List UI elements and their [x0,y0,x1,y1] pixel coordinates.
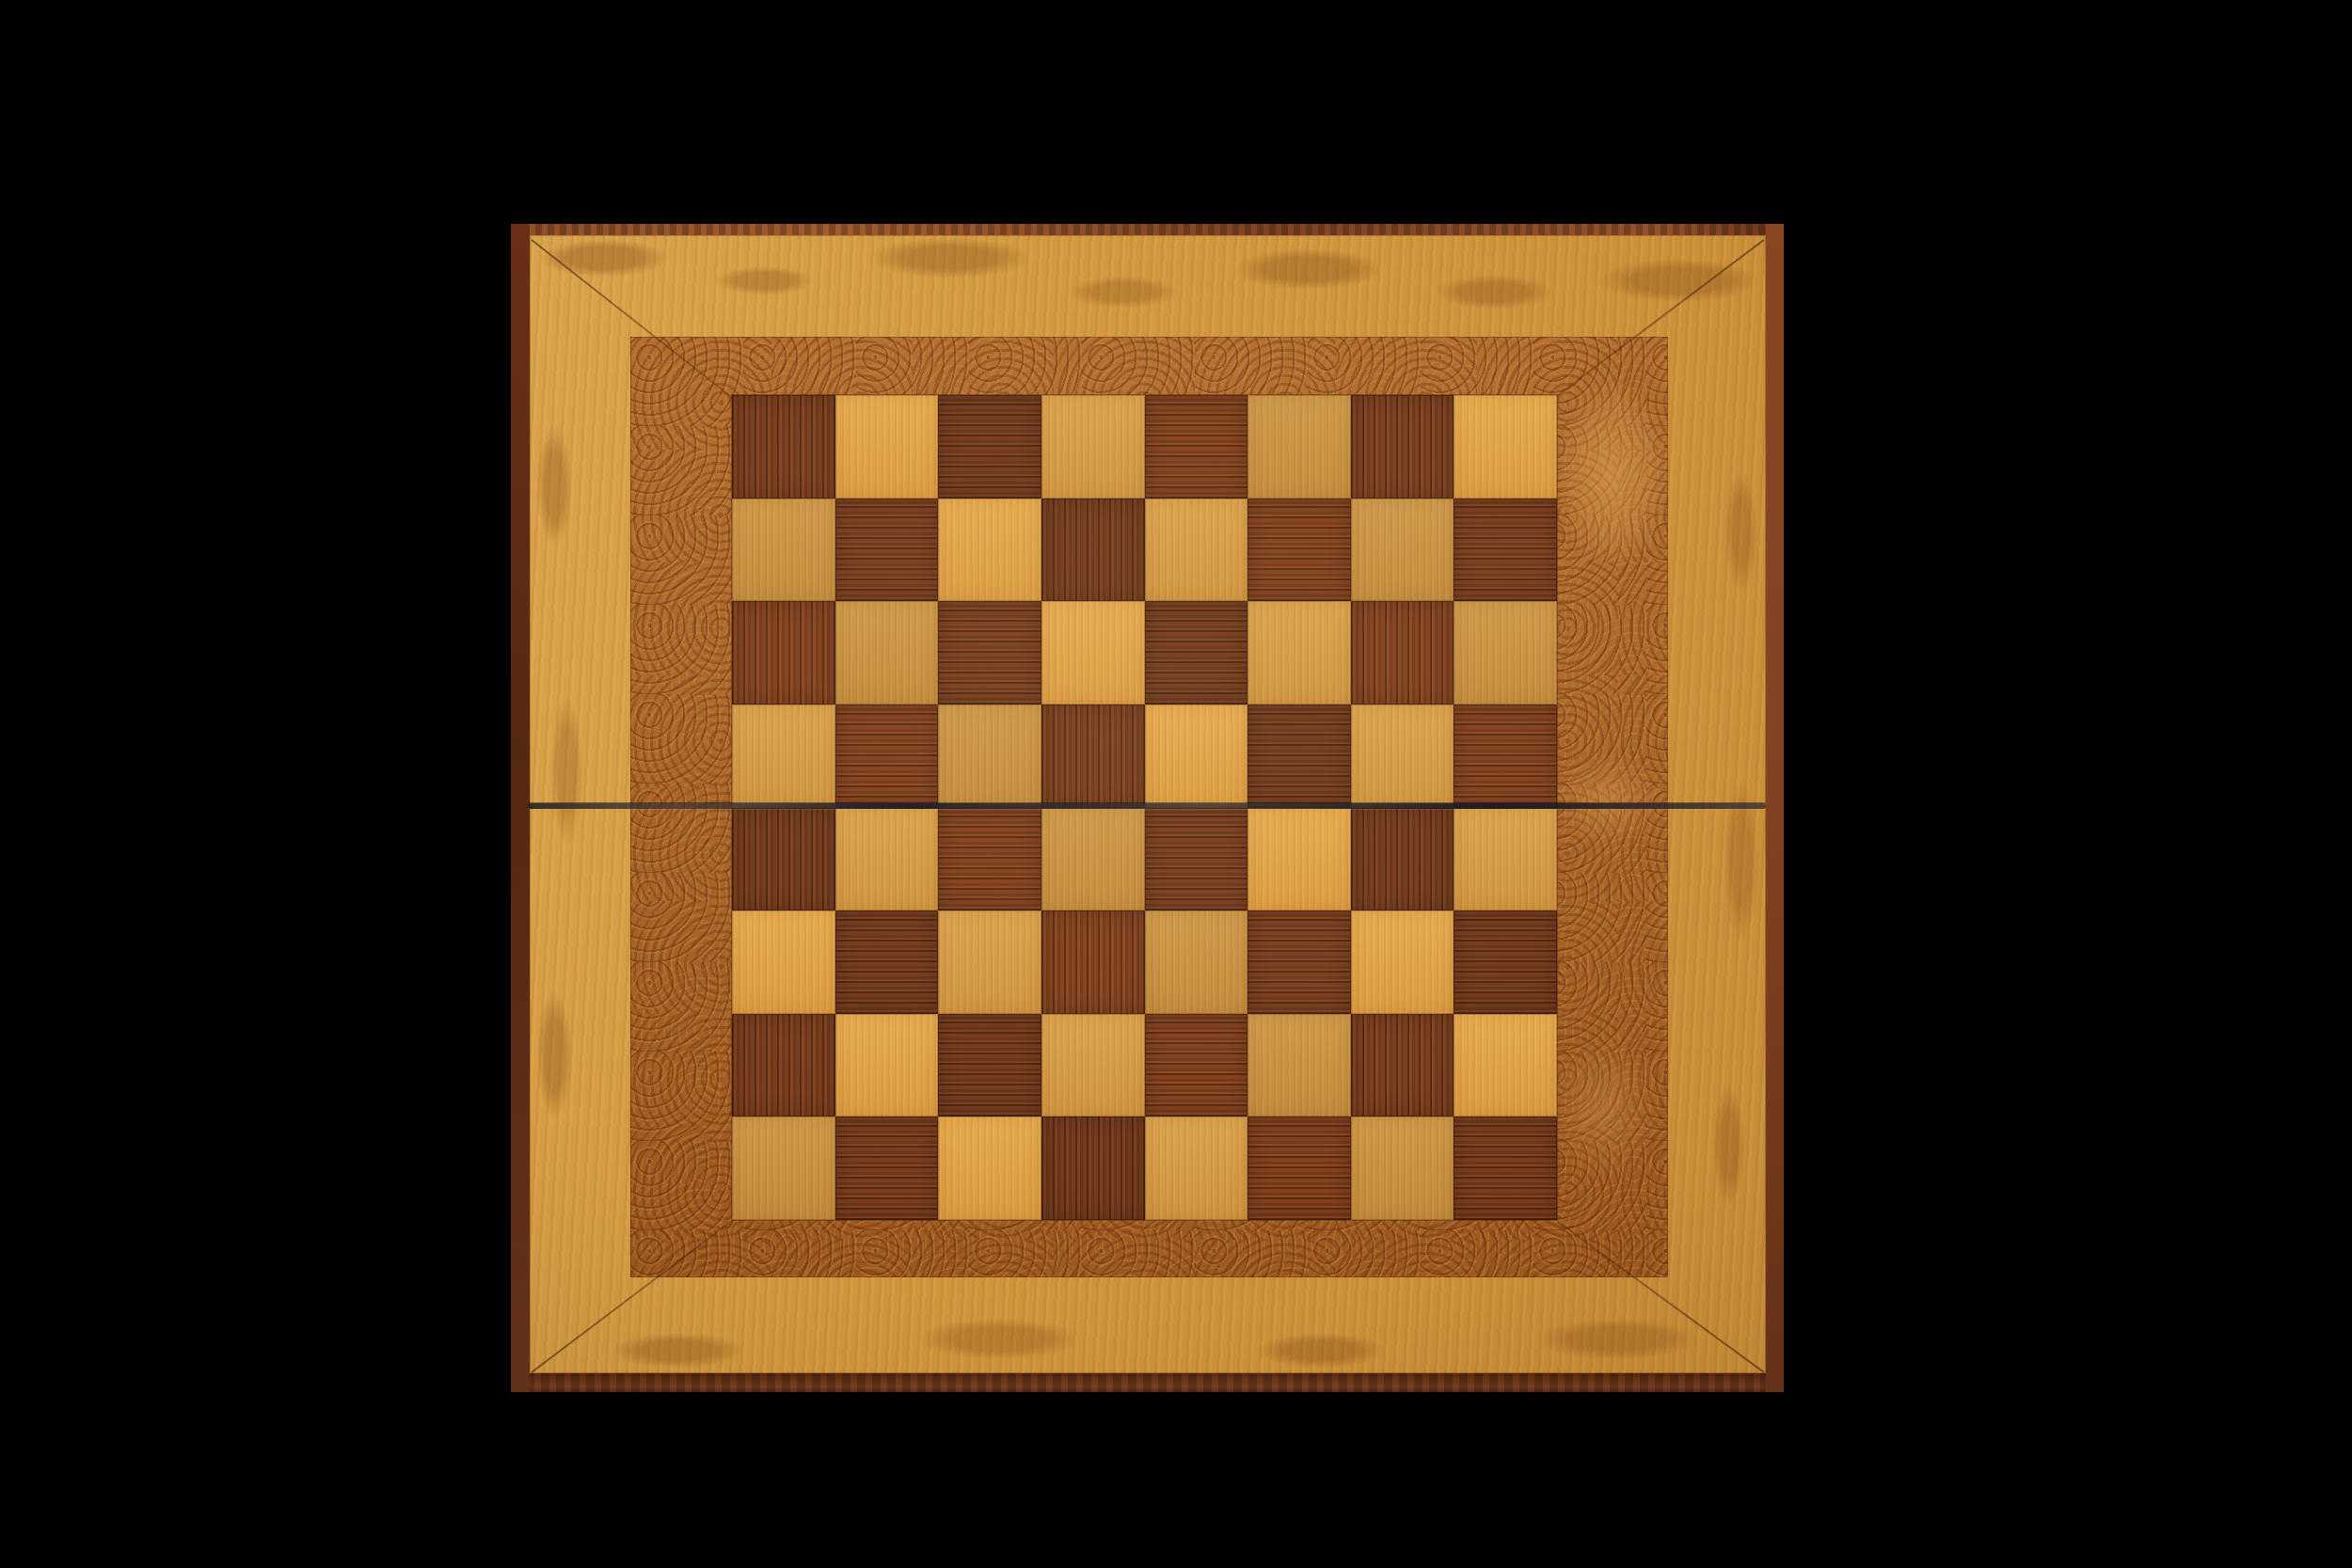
square-d4 [1041,808,1145,911]
square-h2 [1454,1014,1557,1117]
square-b8 [835,395,939,499]
square-h8 [1454,395,1557,499]
square-e3 [1145,911,1248,1014]
square-g8 [1351,395,1454,499]
square-c1 [938,1117,1041,1220]
square-f6 [1248,601,1351,705]
photo-background [0,0,2352,1568]
square-d5 [1041,705,1145,808]
square-a6 [732,601,835,705]
square-b1 [835,1117,939,1220]
square-d8 [1041,395,1145,499]
square-g7 [1351,499,1454,602]
square-d3 [1041,911,1145,1014]
square-h3 [1454,911,1557,1014]
square-b5 [835,705,939,808]
square-f1 [1248,1117,1351,1220]
rosewood-edge-bottom [511,1371,1784,1392]
square-g4 [1351,808,1454,911]
square-d7 [1041,499,1145,602]
square-f4 [1248,808,1351,911]
square-a8 [732,395,835,499]
square-c6 [938,601,1041,705]
square-h1 [1454,1117,1557,1220]
rosewood-edge-right [1766,224,1784,1392]
square-b7 [835,499,939,602]
square-d1 [1041,1117,1145,1220]
chessboard [511,224,1784,1392]
square-e8 [1145,395,1248,499]
square-g2 [1351,1014,1454,1117]
square-g1 [1351,1117,1454,1220]
square-h6 [1454,601,1557,705]
square-e6 [1145,601,1248,705]
square-g6 [1351,601,1454,705]
square-c3 [938,911,1041,1014]
square-b3 [835,911,939,1014]
square-a4 [732,808,835,911]
square-f2 [1248,1014,1351,1117]
square-e2 [1145,1014,1248,1117]
square-f7 [1248,499,1351,602]
square-a3 [732,911,835,1014]
square-h5 [1454,705,1557,808]
square-f3 [1248,911,1351,1014]
square-d2 [1041,1014,1145,1117]
square-c2 [938,1014,1041,1117]
fold-seam [528,803,1766,809]
square-e4 [1145,808,1248,911]
square-a1 [732,1117,835,1220]
square-h7 [1454,499,1557,602]
square-d6 [1041,601,1145,705]
square-h4 [1454,808,1557,911]
square-c7 [938,499,1041,602]
square-a5 [732,705,835,808]
square-a2 [732,1014,835,1117]
square-b6 [835,601,939,705]
square-e5 [1145,705,1248,808]
square-e1 [1145,1117,1248,1220]
square-c5 [938,705,1041,808]
rosewood-edge-left [511,224,530,1392]
square-g5 [1351,705,1454,808]
square-c4 [938,808,1041,911]
square-a7 [732,499,835,602]
square-c8 [938,395,1041,499]
square-f5 [1248,705,1351,808]
square-g3 [1351,911,1454,1014]
square-b4 [835,808,939,911]
square-f8 [1248,395,1351,499]
square-b2 [835,1014,939,1117]
square-e7 [1145,499,1248,602]
